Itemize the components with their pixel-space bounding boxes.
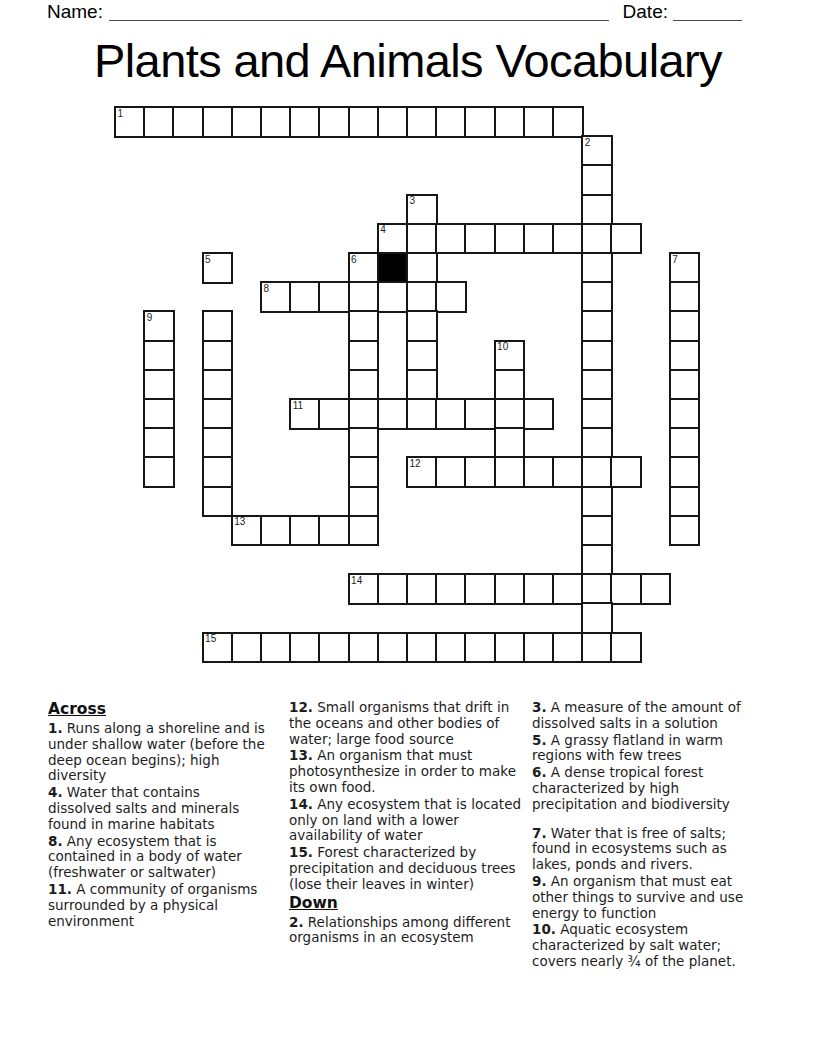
grid-cell[interactable] xyxy=(143,369,175,401)
clue-number: 9. xyxy=(532,873,547,889)
grid-cell[interactable] xyxy=(435,456,467,488)
grid-cell[interactable] xyxy=(669,310,701,342)
crossword-grid: 123456789101112131415 xyxy=(114,106,701,664)
grid-cell[interactable] xyxy=(581,252,613,284)
grid-cell[interactable] xyxy=(406,194,438,226)
clue-number: 1. xyxy=(48,720,63,736)
clue-item: 6. A dense tropical forest characterized… xyxy=(532,765,756,812)
grid-cell[interactable] xyxy=(581,515,613,547)
clue-item: 7. Water that is free of salts; found in… xyxy=(532,826,756,873)
name-blank-line[interactable] xyxy=(109,20,609,21)
clue-list-header: Across xyxy=(48,700,266,718)
grid-cell[interactable] xyxy=(464,456,496,488)
grid-cell[interactable] xyxy=(435,223,467,255)
clue-item: 1. Runs along a shoreline and is under s… xyxy=(48,721,266,784)
blocked-cell xyxy=(377,252,409,284)
grid-cell[interactable] xyxy=(406,252,438,284)
grid-cell[interactable] xyxy=(435,281,467,313)
grid-cell[interactable] xyxy=(523,106,555,138)
grid-cell[interactable] xyxy=(348,369,380,401)
grid-cell[interactable] xyxy=(143,340,175,372)
grid-cell[interactable] xyxy=(435,632,467,664)
page-title: Plants and Animals Vocabulary xyxy=(0,33,816,89)
clue-number: 12. xyxy=(289,699,313,715)
grid-cell[interactable] xyxy=(377,632,409,664)
grid-cell[interactable] xyxy=(143,310,175,342)
grid-cell[interactable] xyxy=(377,106,409,138)
grid-cell[interactable] xyxy=(669,427,701,459)
grid-cell[interactable] xyxy=(581,544,613,576)
grid-cell[interactable] xyxy=(377,573,409,605)
grid-cell[interactable] xyxy=(348,427,380,459)
clue-number: 13. xyxy=(289,747,313,763)
grid-cell[interactable] xyxy=(581,456,613,488)
grid-cell[interactable] xyxy=(494,427,526,459)
grid-cell[interactable] xyxy=(669,369,701,401)
clue-number: 2. xyxy=(289,914,304,930)
grid-cell[interactable] xyxy=(581,310,613,342)
grid-cell[interactable] xyxy=(318,281,350,313)
grid-cell[interactable] xyxy=(640,573,672,605)
clue-item: 15. Forest characterized by precipitatio… xyxy=(289,845,523,892)
grid-cell[interactable] xyxy=(172,106,204,138)
grid-cell[interactable] xyxy=(581,632,613,664)
grid-cell[interactable] xyxy=(464,106,496,138)
grid-cell[interactable] xyxy=(523,573,555,605)
grid-cell[interactable] xyxy=(406,310,438,342)
clue-number: 11. xyxy=(48,881,72,897)
grid-cell[interactable] xyxy=(552,632,584,664)
grid-cell[interactable] xyxy=(202,310,234,342)
clue-section: Across1. Runs along a shoreline and is u… xyxy=(0,700,816,960)
grid-cell[interactable] xyxy=(435,106,467,138)
grid-cell[interactable] xyxy=(581,427,613,459)
grid-cell[interactable] xyxy=(406,369,438,401)
grid-cell[interactable] xyxy=(581,194,613,226)
grid-cell[interactable] xyxy=(114,106,146,138)
grid-cell[interactable] xyxy=(610,573,642,605)
grid-cell[interactable] xyxy=(464,223,496,255)
grid-cell[interactable] xyxy=(348,632,380,664)
clue-number: 14. xyxy=(289,796,313,812)
grid-cell[interactable] xyxy=(581,340,613,372)
grid-cell[interactable] xyxy=(464,632,496,664)
grid-cell[interactable] xyxy=(202,632,234,664)
grid-cell[interactable] xyxy=(581,602,613,634)
clue-item: 10. Aquatic ecosystem characterized by s… xyxy=(532,922,756,969)
grid-cell[interactable] xyxy=(669,515,701,547)
grid-cell[interactable] xyxy=(494,573,526,605)
clue-item: 5. A grassy flatland in warm regions wit… xyxy=(532,733,756,765)
grid-cell[interactable] xyxy=(348,398,380,430)
grid-cell[interactable] xyxy=(289,632,321,664)
grid-cell[interactable] xyxy=(202,252,234,284)
grid-cell[interactable] xyxy=(260,281,292,313)
grid-cell[interactable] xyxy=(348,573,380,605)
clue-item: 12. Small organisms that drift in the oc… xyxy=(289,700,523,747)
grid-cell[interactable] xyxy=(231,106,263,138)
grid-cell[interactable] xyxy=(552,573,584,605)
grid-cell[interactable] xyxy=(348,281,380,313)
clue-item: 4. Water that contains dissolved salts a… xyxy=(48,785,266,832)
clue-number: 15. xyxy=(289,844,313,860)
grid-cell[interactable] xyxy=(406,573,438,605)
clue-item: 3. A measure of the amount of dissolved … xyxy=(532,700,756,732)
clue-item: 9. An organism that must eat other thing… xyxy=(532,874,756,921)
clue-item: 11. A community of organisms surrounded … xyxy=(48,882,266,929)
grid-cell[interactable] xyxy=(406,106,438,138)
grid-cell[interactable] xyxy=(610,223,642,255)
grid-cell[interactable] xyxy=(289,515,321,547)
clue-number: 5. xyxy=(532,732,547,748)
grid-cell[interactable] xyxy=(552,223,584,255)
grid-cell[interactable] xyxy=(260,632,292,664)
grid-cell[interactable] xyxy=(202,106,234,138)
grid-cell[interactable] xyxy=(406,340,438,372)
grid-cell[interactable] xyxy=(231,632,263,664)
grid-cell[interactable] xyxy=(348,515,380,547)
date-label: Date: xyxy=(623,1,668,22)
grid-cell[interactable] xyxy=(406,456,438,488)
grid-cell[interactable] xyxy=(523,632,555,664)
grid-cell[interactable] xyxy=(669,340,701,372)
grid-cell[interactable] xyxy=(318,106,350,138)
grid-cell[interactable] xyxy=(260,515,292,547)
grid-cell[interactable] xyxy=(289,281,321,313)
clue-item: 14. Any ecosystem that is located only o… xyxy=(289,797,523,844)
grid-cell[interactable] xyxy=(318,398,350,430)
clue-number: 3. xyxy=(532,699,547,715)
grid-cell[interactable] xyxy=(348,486,380,518)
grid-cell[interactable] xyxy=(494,456,526,488)
grid-cell[interactable] xyxy=(494,369,526,401)
grid-cell[interactable] xyxy=(494,340,526,372)
name-label: Name: xyxy=(47,1,103,22)
clue-number: 10. xyxy=(532,921,556,937)
grid-cell[interactable] xyxy=(581,573,613,605)
grid-cell[interactable] xyxy=(581,486,613,518)
grid-cell[interactable] xyxy=(231,515,263,547)
grid-cell[interactable] xyxy=(669,456,701,488)
clue-column-1: Across1. Runs along a shoreline and is u… xyxy=(48,700,266,930)
grid-cell[interactable] xyxy=(377,281,409,313)
date-blank-line[interactable] xyxy=(673,20,742,21)
grid-cell[interactable] xyxy=(260,106,292,138)
grid-cell[interactable] xyxy=(406,398,438,430)
grid-cell[interactable] xyxy=(318,515,350,547)
grid-cell[interactable] xyxy=(669,252,701,284)
grid-cell[interactable] xyxy=(523,223,555,255)
clue-column-2: 12. Small organisms that drift in the oc… xyxy=(289,700,523,947)
grid-cell[interactable] xyxy=(552,456,584,488)
grid-cell[interactable] xyxy=(289,398,321,430)
grid-cell[interactable] xyxy=(202,456,234,488)
grid-cell[interactable] xyxy=(581,369,613,401)
clue-number: 6. xyxy=(532,764,547,780)
grid-cell[interactable] xyxy=(406,223,438,255)
clue-list-header: Down xyxy=(289,894,523,912)
grid-cell[interactable] xyxy=(143,106,175,138)
grid-cell[interactable] xyxy=(581,223,613,255)
grid-cell[interactable] xyxy=(581,281,613,313)
grid-cell[interactable] xyxy=(202,398,234,430)
worksheet-page: Name: Date: Plants and Animals Vocabular… xyxy=(0,0,816,1056)
grid-cell[interactable] xyxy=(523,456,555,488)
grid-cell[interactable] xyxy=(202,486,234,518)
grid-cell[interactable] xyxy=(377,398,409,430)
grid-cell[interactable] xyxy=(435,573,467,605)
grid-cell[interactable] xyxy=(581,135,613,167)
grid-cell[interactable] xyxy=(523,398,555,430)
grid-cell[interactable] xyxy=(669,486,701,518)
grid-cell[interactable] xyxy=(202,369,234,401)
grid-cell[interactable] xyxy=(494,106,526,138)
clue-number: 8. xyxy=(48,833,63,849)
grid-cell[interactable] xyxy=(406,281,438,313)
grid-cell[interactable] xyxy=(581,398,613,430)
header-row: Name: Date: xyxy=(47,1,742,22)
grid-cell[interactable] xyxy=(377,223,409,255)
grid-cell[interactable] xyxy=(348,456,380,488)
grid-cell[interactable] xyxy=(435,398,467,430)
grid-cell[interactable] xyxy=(143,398,175,430)
grid-cell[interactable] xyxy=(348,340,380,372)
grid-cell[interactable] xyxy=(289,106,321,138)
grid-cell[interactable] xyxy=(143,427,175,459)
clue-item: 8. Any ecosystem that is contained in a … xyxy=(48,834,266,881)
grid-cell[interactable] xyxy=(669,398,701,430)
clue-item: 2. Relationships among different organis… xyxy=(289,915,523,947)
grid-cell[interactable] xyxy=(464,398,496,430)
clue-number: 4. xyxy=(48,784,63,800)
grid-cell[interactable] xyxy=(143,456,175,488)
grid-cell[interactable] xyxy=(581,164,613,196)
grid-cell[interactable] xyxy=(494,398,526,430)
grid-cell[interactable] xyxy=(669,281,701,313)
grid-cell[interactable] xyxy=(348,310,380,342)
grid-cell[interactable] xyxy=(406,632,438,664)
grid-cell[interactable] xyxy=(494,223,526,255)
grid-cell[interactable] xyxy=(494,632,526,664)
grid-cell[interactable] xyxy=(202,427,234,459)
grid-cell[interactable] xyxy=(610,632,642,664)
clue-item: 13. An organism that must photosynthesiz… xyxy=(289,748,523,795)
grid-cell[interactable] xyxy=(552,106,584,138)
grid-cell[interactable] xyxy=(464,573,496,605)
grid-cell[interactable] xyxy=(610,456,642,488)
grid-cell[interactable] xyxy=(318,632,350,664)
grid-cell[interactable] xyxy=(348,106,380,138)
grid-cell[interactable] xyxy=(202,340,234,372)
clue-number: 7. xyxy=(532,825,547,841)
clue-column-3: 3. A measure of the amount of dissolved … xyxy=(532,700,756,971)
grid-cell[interactable] xyxy=(348,252,380,284)
